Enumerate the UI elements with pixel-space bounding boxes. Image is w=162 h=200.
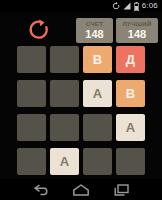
- tile-Д: Д: [116, 46, 145, 73]
- home-button[interactable]: [72, 183, 90, 196]
- best-value: 148: [128, 28, 146, 41]
- grid-cell-empty: [17, 46, 46, 73]
- grid-cell-empty: [17, 114, 46, 141]
- score-box: СЧЕТ 148: [76, 18, 113, 43]
- score-value: 148: [85, 28, 103, 41]
- score-label: СЧЕТ: [86, 21, 104, 28]
- best-label: ЛУЧШИЙ: [122, 21, 151, 28]
- phone-screen: 6:06 СЧЕТ 148 ЛУЧШИЙ 148 ВДАВАА: [0, 0, 162, 200]
- clock: 6:06: [142, 0, 158, 12]
- home-icon: [72, 184, 90, 196]
- tile-А: А: [83, 80, 112, 107]
- recents-icon: [112, 184, 130, 196]
- recents-button[interactable]: [112, 183, 130, 196]
- back-button[interactable]: [32, 183, 50, 196]
- battery-icon: [134, 2, 139, 11]
- grid-cell-empty: [50, 46, 79, 73]
- navigation-bar: [0, 179, 162, 200]
- best-score-box: ЛУЧШИЙ 148: [116, 18, 158, 43]
- grid-cell-empty: [116, 148, 145, 175]
- grid-cell-empty: [17, 148, 46, 175]
- grid-cell-empty: [83, 114, 112, 141]
- board-grid[interactable]: ВДАВАА: [17, 46, 145, 175]
- sync-icon: [112, 2, 120, 10]
- grid-cell-empty: [83, 148, 112, 175]
- status-bar: 6:06: [0, 0, 162, 12]
- tile-В: В: [83, 46, 112, 73]
- restart-icon: [28, 29, 50, 44]
- tile-А: А: [50, 148, 79, 175]
- grid-cell-empty: [50, 80, 79, 107]
- grid-cell-empty: [17, 80, 46, 107]
- restart-button[interactable]: [28, 19, 50, 41]
- tile-А: А: [116, 114, 145, 141]
- grid-cell-empty: [50, 114, 79, 141]
- back-icon: [32, 184, 50, 196]
- signal-icon: [123, 2, 131, 10]
- tile-В: В: [116, 80, 145, 107]
